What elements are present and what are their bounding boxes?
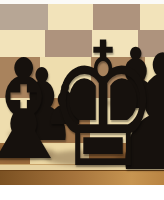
- chessboard-photo: ♟♟♟♝♟♚: [0, 0, 164, 200]
- chess-pieces: ♟♟♟♝♟♚: [0, 0, 164, 200]
- black-king-piece: ♚: [48, 20, 159, 192]
